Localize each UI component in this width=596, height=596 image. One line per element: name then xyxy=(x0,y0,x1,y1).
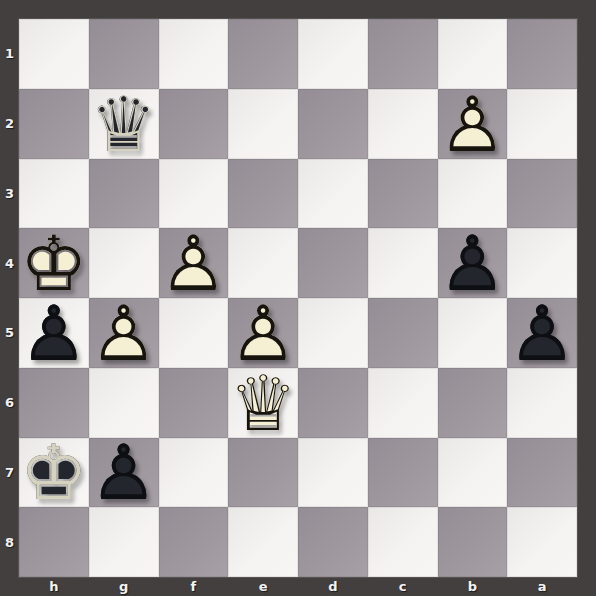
square-e5[interactable]: ♟♙ xyxy=(228,298,298,368)
white-pawn[interactable]: ♟♙ xyxy=(89,298,159,368)
square-a6[interactable] xyxy=(507,368,577,438)
square-b3[interactable] xyxy=(438,159,508,229)
square-g2[interactable]: ♛♕ xyxy=(89,89,159,159)
white-king-glyph-fill: ♚ xyxy=(20,226,88,302)
white-pawn-glyph-fill: ♟ xyxy=(90,296,158,372)
file-label-a: a xyxy=(507,577,577,596)
white-pawn[interactable]: ♟♙ xyxy=(438,89,508,159)
square-c7[interactable] xyxy=(368,438,438,508)
rank-label-1: 1 xyxy=(0,19,19,89)
square-a5[interactable]: ♟♙ xyxy=(507,298,577,368)
black-pawn[interactable]: ♟♙ xyxy=(438,228,508,298)
black-pawn-glyph-fill: ♟ xyxy=(438,226,506,302)
black-king-glyph-fill: ♚ xyxy=(20,435,88,511)
square-c3[interactable] xyxy=(368,159,438,229)
white-pawn-glyph-outline: ♙ xyxy=(159,226,227,302)
rank-labels: 12345678 xyxy=(0,19,19,577)
black-pawn-glyph-fill: ♟ xyxy=(508,296,576,372)
black-queen[interactable]: ♛♕ xyxy=(89,89,159,159)
square-d1[interactable] xyxy=(298,19,368,89)
square-a1[interactable] xyxy=(507,19,577,89)
black-pawn[interactable]: ♟♙ xyxy=(89,438,159,508)
black-pawn-glyph-outline: ♙ xyxy=(90,435,158,511)
square-h2[interactable] xyxy=(19,89,89,159)
chess-board: ♛♕♟♙♚♔♟♙♟♙♟♙♟♙♟♙♟♙♛♕♚♔♟♙ xyxy=(19,19,577,577)
black-queen-glyph-outline: ♕ xyxy=(90,87,158,163)
file-label-e: e xyxy=(228,577,298,596)
square-b8[interactable] xyxy=(438,507,508,577)
square-a2[interactable] xyxy=(507,89,577,159)
square-e2[interactable] xyxy=(228,89,298,159)
file-label-g: g xyxy=(89,577,159,596)
white-pawn[interactable]: ♟♙ xyxy=(228,298,298,368)
square-c8[interactable] xyxy=(368,507,438,577)
black-king-glyph-outline: ♔ xyxy=(20,435,88,511)
white-queen-glyph-outline: ♕ xyxy=(229,366,297,442)
square-d2[interactable] xyxy=(298,89,368,159)
square-g3[interactable] xyxy=(89,159,159,229)
white-pawn-glyph-outline: ♙ xyxy=(90,296,158,372)
square-g8[interactable] xyxy=(89,507,159,577)
file-label-c: c xyxy=(368,577,438,596)
black-king[interactable]: ♚♔ xyxy=(19,438,89,508)
square-f4[interactable]: ♟♙ xyxy=(159,228,229,298)
square-g6[interactable] xyxy=(89,368,159,438)
file-label-b: b xyxy=(438,577,508,596)
black-pawn-glyph-outline: ♙ xyxy=(20,296,88,372)
square-d4[interactable] xyxy=(298,228,368,298)
white-queen-glyph-fill: ♛ xyxy=(229,366,297,442)
square-e6[interactable]: ♛♕ xyxy=(228,368,298,438)
white-pawn-glyph-fill: ♟ xyxy=(438,87,506,163)
file-labels: hgfedcba xyxy=(19,577,577,596)
square-f8[interactable] xyxy=(159,507,229,577)
square-g7[interactable]: ♟♙ xyxy=(89,438,159,508)
file-label-f: f xyxy=(159,577,229,596)
square-e3[interactable] xyxy=(228,159,298,229)
rank-label-6: 6 xyxy=(0,368,19,438)
black-pawn[interactable]: ♟♙ xyxy=(19,298,89,368)
black-queen-glyph-fill: ♛ xyxy=(90,87,158,163)
white-queen[interactable]: ♛♕ xyxy=(228,368,298,438)
white-pawn-glyph-outline: ♙ xyxy=(438,87,506,163)
square-b6[interactable] xyxy=(438,368,508,438)
square-d8[interactable] xyxy=(298,507,368,577)
square-f1[interactable] xyxy=(159,19,229,89)
white-pawn-glyph-fill: ♟ xyxy=(159,226,227,302)
square-b4[interactable]: ♟♙ xyxy=(438,228,508,298)
black-pawn-glyph-outline: ♙ xyxy=(508,296,576,372)
square-e4[interactable] xyxy=(228,228,298,298)
black-pawn[interactable]: ♟♙ xyxy=(507,298,577,368)
square-d5[interactable] xyxy=(298,298,368,368)
square-f2[interactable] xyxy=(159,89,229,159)
square-g1[interactable] xyxy=(89,19,159,89)
rank-label-4: 4 xyxy=(0,228,19,298)
square-h6[interactable] xyxy=(19,368,89,438)
rank-label-5: 5 xyxy=(0,298,19,368)
white-pawn[interactable]: ♟♙ xyxy=(159,228,229,298)
square-e8[interactable] xyxy=(228,507,298,577)
square-a4[interactable] xyxy=(507,228,577,298)
square-d6[interactable] xyxy=(298,368,368,438)
square-b2[interactable]: ♟♙ xyxy=(438,89,508,159)
white-king-glyph-outline: ♔ xyxy=(20,226,88,302)
square-c1[interactable] xyxy=(368,19,438,89)
square-h1[interactable] xyxy=(19,19,89,89)
square-h5[interactable]: ♟♙ xyxy=(19,298,89,368)
square-c2[interactable] xyxy=(368,89,438,159)
square-g5[interactable]: ♟♙ xyxy=(89,298,159,368)
square-a7[interactable] xyxy=(507,438,577,508)
square-c5[interactable] xyxy=(368,298,438,368)
square-c4[interactable] xyxy=(368,228,438,298)
board-frame: 12345678 ♛♕♟♙♚♔♟♙♟♙♟♙♟♙♟♙♟♙♛♕♚♔♟♙ hgfedc… xyxy=(0,0,596,596)
square-f3[interactable] xyxy=(159,159,229,229)
square-d7[interactable] xyxy=(298,438,368,508)
square-a8[interactable] xyxy=(507,507,577,577)
square-e1[interactable] xyxy=(228,19,298,89)
rank-label-2: 2 xyxy=(0,89,19,159)
file-label-h: h xyxy=(19,577,89,596)
black-pawn-glyph-outline: ♙ xyxy=(438,226,506,302)
square-h4[interactable]: ♚♔ xyxy=(19,228,89,298)
square-h7[interactable]: ♚♔ xyxy=(19,438,89,508)
square-g4[interactable] xyxy=(89,228,159,298)
square-e7[interactable] xyxy=(228,438,298,508)
square-b5[interactable] xyxy=(438,298,508,368)
white-pawn-glyph-fill: ♟ xyxy=(229,296,297,372)
square-f6[interactable] xyxy=(159,368,229,438)
rank-label-7: 7 xyxy=(0,438,19,508)
square-h3[interactable] xyxy=(19,159,89,229)
white-king[interactable]: ♚♔ xyxy=(19,228,89,298)
square-b7[interactable] xyxy=(438,438,508,508)
square-b1[interactable] xyxy=(438,19,508,89)
rank-label-8: 8 xyxy=(0,507,19,577)
square-h8[interactable] xyxy=(19,507,89,577)
black-pawn-glyph-fill: ♟ xyxy=(90,435,158,511)
rank-label-3: 3 xyxy=(0,159,19,229)
white-pawn-glyph-outline: ♙ xyxy=(229,296,297,372)
square-c6[interactable] xyxy=(368,368,438,438)
black-pawn-glyph-fill: ♟ xyxy=(20,296,88,372)
square-a3[interactable] xyxy=(507,159,577,229)
square-f5[interactable] xyxy=(159,298,229,368)
square-f7[interactable] xyxy=(159,438,229,508)
file-label-d: d xyxy=(298,577,368,596)
square-d3[interactable] xyxy=(298,159,368,229)
